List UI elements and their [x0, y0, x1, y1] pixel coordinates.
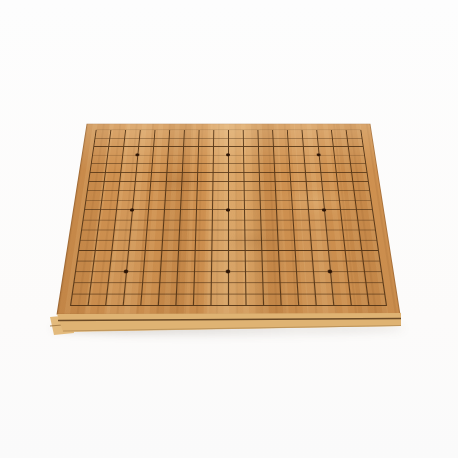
grid-cell	[181, 172, 197, 181]
grid-cell	[263, 294, 281, 306]
grid-cell	[347, 138, 363, 146]
grid-cell	[260, 219, 277, 229]
grid-cell	[244, 210, 260, 220]
grid-cell	[295, 261, 313, 272]
grid-cell	[319, 155, 335, 164]
grid-cell	[258, 138, 273, 146]
grid-cell	[243, 138, 258, 146]
grid-cell	[228, 146, 243, 155]
grid-cell	[182, 164, 198, 173]
grid-cell	[274, 164, 290, 173]
grid-cell	[245, 282, 263, 293]
grid-cell	[349, 294, 368, 306]
grid-cell	[213, 164, 228, 173]
grid-cell	[195, 240, 212, 250]
grid-cell	[213, 130, 228, 138]
grid-cell	[367, 294, 386, 306]
grid-cell	[161, 240, 178, 250]
grid-cell	[95, 240, 113, 250]
grid-cell	[348, 146, 364, 155]
grid-cell	[141, 282, 159, 293]
grid-cell	[228, 240, 245, 250]
grid-cell	[288, 146, 304, 155]
grid-cell	[138, 138, 154, 146]
grid-cell	[243, 164, 259, 173]
grid-cell	[162, 229, 179, 239]
board-surface	[57, 124, 401, 315]
grid-cell	[143, 261, 161, 272]
grid-cell	[243, 155, 258, 164]
grid-cell	[262, 261, 279, 272]
grid-cell	[245, 261, 262, 272]
grid-cell	[165, 191, 181, 200]
grid-cell	[180, 191, 196, 200]
grid-cell	[178, 250, 195, 261]
grid-cell	[184, 130, 199, 138]
grid-cell	[228, 229, 244, 239]
grid-cell	[181, 181, 197, 190]
grid-cell	[262, 271, 280, 282]
grid-cell	[168, 138, 183, 146]
grid-cell	[108, 271, 126, 282]
grid-cell	[193, 282, 211, 293]
grid-cell	[364, 271, 383, 282]
grid-cell	[320, 164, 336, 173]
grid-cell	[163, 219, 180, 229]
grid-cell	[96, 229, 114, 239]
grid-cell	[331, 130, 347, 138]
grid-cell	[292, 210, 309, 220]
grid-cell	[83, 210, 100, 220]
grid-cell	[333, 146, 349, 155]
grid-cell	[111, 240, 129, 250]
grid-cell	[258, 155, 274, 164]
grid-cell	[150, 172, 166, 181]
grid-cell	[350, 164, 367, 173]
grid-cell	[259, 164, 275, 173]
grid-cell	[351, 172, 368, 181]
grid-cell	[135, 172, 151, 181]
grid-cell	[160, 261, 178, 272]
grid-cell	[310, 240, 327, 250]
grid-cell	[126, 261, 144, 272]
grid-cell	[105, 294, 124, 306]
grid-cell	[348, 282, 367, 293]
grid-cell	[336, 172, 353, 181]
grid-cell	[288, 155, 304, 164]
grid-cell	[81, 219, 99, 229]
grid-cell	[212, 219, 228, 229]
grid-cell	[108, 138, 124, 146]
grid-cell	[158, 294, 176, 306]
grid-cell	[338, 191, 355, 200]
grid-cell	[276, 219, 293, 229]
grid-cell	[332, 138, 348, 146]
grid-cell	[107, 146, 123, 155]
grid-cell	[274, 172, 290, 181]
grid-cell	[297, 294, 315, 306]
grid-cell	[134, 181, 150, 190]
grid-cell	[78, 240, 96, 250]
grid-cell	[359, 229, 377, 239]
grid-cell	[120, 164, 136, 173]
grid-cell	[273, 155, 289, 164]
grid-cell	[165, 181, 181, 190]
grid-cell	[93, 138, 109, 146]
grid-cell	[179, 229, 196, 239]
grid-cell	[275, 181, 291, 190]
grid-cell	[297, 282, 315, 293]
grid-cell	[245, 294, 263, 306]
grid-cell	[228, 138, 243, 146]
grid-cell	[128, 240, 145, 250]
grid-cell	[228, 210, 244, 220]
grid-cell	[339, 200, 356, 210]
grid-cell	[228, 250, 245, 261]
grid-cell	[280, 294, 298, 306]
grid-cell	[342, 229, 360, 239]
grid-cell	[125, 271, 143, 282]
grid-cell	[119, 172, 135, 181]
grid-cell	[114, 219, 131, 229]
grid-cell	[261, 250, 278, 261]
grid-cell	[211, 240, 228, 250]
grid-cell	[154, 130, 169, 138]
grid-cell	[197, 181, 213, 190]
grid-cell	[262, 282, 280, 293]
grid-cell	[360, 240, 378, 250]
grid-cell	[177, 261, 194, 272]
grid-cell	[210, 294, 228, 306]
grid-cell	[279, 282, 297, 293]
grid-cell	[129, 229, 146, 239]
grid-cell	[145, 240, 162, 250]
grid-cell	[152, 146, 168, 155]
grid-cell	[306, 181, 322, 190]
grid-cell	[163, 210, 180, 220]
star-point	[328, 270, 333, 274]
grid-cell	[180, 210, 196, 220]
grid-cell	[290, 172, 306, 181]
grid-cell	[105, 164, 121, 173]
grid-cell	[327, 240, 345, 250]
grid-cell	[343, 240, 361, 250]
grid-cell	[97, 219, 114, 229]
grid-cell	[211, 271, 228, 282]
grid-cell	[103, 181, 120, 190]
grid-cell	[276, 200, 292, 210]
grid-cell	[310, 229, 327, 239]
grid-cell	[151, 164, 167, 173]
grid-cell	[183, 146, 198, 155]
grid-cell	[340, 210, 357, 220]
grid-cell	[91, 271, 109, 282]
grid-cell	[363, 261, 381, 272]
grid-cell	[93, 250, 111, 261]
grid-cell	[322, 191, 339, 200]
grid-cell	[330, 271, 348, 282]
grid-cell	[356, 210, 373, 220]
grid-cell	[228, 261, 245, 272]
grid-cell	[289, 164, 305, 173]
grid-cell	[140, 294, 158, 306]
grid-cell	[139, 130, 155, 138]
grid-cell	[197, 172, 213, 181]
grid-cell	[137, 146, 153, 155]
grid-cell	[244, 200, 260, 210]
grid-cell	[293, 219, 310, 229]
grid-cell	[80, 229, 98, 239]
grid-cell	[245, 250, 262, 261]
grid-cell	[178, 240, 195, 250]
grid-cell	[294, 240, 311, 250]
grid-cell	[133, 191, 150, 200]
grid-cell	[115, 210, 132, 220]
grid-cell	[164, 200, 180, 210]
grid-cell	[109, 130, 125, 138]
grid-cell	[259, 191, 275, 200]
grid-cell	[275, 191, 291, 200]
grid-cell	[355, 200, 372, 210]
grid-cell	[291, 200, 308, 210]
grid-cell	[244, 219, 260, 229]
grid-cell	[124, 130, 140, 138]
grid-cell	[296, 271, 314, 282]
grid-cell	[335, 164, 351, 173]
grid-cell	[166, 164, 182, 173]
grid-cell	[245, 271, 262, 282]
grid-cell	[212, 229, 228, 239]
grid-cell	[149, 191, 165, 200]
grid-cell	[147, 210, 164, 220]
grid-cell	[153, 138, 169, 146]
grid-cell	[131, 210, 148, 220]
grid-cell	[314, 282, 332, 293]
grid-cell	[291, 191, 307, 200]
grid-cell	[99, 210, 116, 220]
grid-cell	[123, 294, 141, 306]
grid-cell	[320, 172, 336, 181]
grid-cell	[100, 200, 117, 210]
grid-cell	[337, 181, 354, 190]
grid-cell	[258, 146, 273, 155]
grid-cell	[196, 210, 212, 220]
grid-cell	[136, 164, 152, 173]
grid-cell	[302, 130, 317, 138]
grid-cell	[166, 172, 182, 181]
grid-cell	[309, 219, 326, 229]
grid-cell	[176, 271, 194, 282]
grid-cell	[321, 181, 338, 190]
grid-cell	[150, 181, 166, 190]
grid-cell	[293, 229, 310, 239]
star-point	[226, 270, 230, 274]
grid-cell	[261, 229, 278, 239]
product-photo	[0, 0, 458, 458]
grid-cell	[167, 155, 183, 164]
grid-cell	[325, 219, 342, 229]
grid-cell	[117, 191, 134, 200]
grid-cell	[287, 138, 303, 146]
grid-cell	[346, 261, 364, 272]
grid-cell	[183, 138, 198, 146]
grid-cell	[290, 181, 306, 190]
grid-cell	[324, 210, 341, 220]
star-point	[130, 208, 134, 211]
grid-cell	[228, 271, 245, 282]
grid-cell	[228, 191, 244, 200]
grid-cell	[212, 181, 228, 190]
grid-cell	[244, 191, 260, 200]
grid-cell	[75, 261, 93, 272]
grid-cell	[228, 130, 243, 138]
grid-cell	[194, 250, 211, 261]
grid-cell	[161, 250, 178, 261]
grid-cell	[197, 164, 213, 173]
grid-cell	[180, 200, 196, 210]
grid-cell	[328, 250, 346, 261]
grid-cell	[287, 130, 302, 138]
grid-cell	[295, 250, 312, 261]
grid-cell	[316, 130, 332, 138]
grid-cell	[213, 155, 228, 164]
grid-cell	[92, 146, 108, 155]
grid-cell	[278, 250, 295, 261]
grid-cell	[228, 294, 246, 306]
grid-cell	[106, 282, 124, 293]
grid-cell	[70, 294, 89, 306]
grid-cell	[159, 271, 177, 282]
grid-cell	[277, 229, 294, 239]
grid-cell	[148, 200, 165, 210]
grid-cell	[243, 146, 258, 155]
grid-cell	[277, 240, 294, 250]
grid-cell	[130, 219, 147, 229]
star-point	[226, 153, 230, 156]
grid-cell	[213, 138, 228, 146]
grid-cell	[182, 155, 198, 164]
grid-cell	[259, 172, 275, 181]
grid-cell	[228, 200, 244, 210]
grid-cell	[244, 229, 261, 239]
grid-cell	[228, 181, 244, 190]
board-grid	[70, 130, 387, 306]
grid-cell	[95, 130, 111, 138]
grid-cell	[273, 138, 288, 146]
grid-cell	[113, 229, 130, 239]
grid-cell	[243, 130, 258, 138]
grid-cell	[127, 250, 145, 261]
grid-cell	[168, 146, 184, 155]
grid-cell	[85, 191, 102, 200]
grid-cell	[212, 210, 228, 220]
grid-cell	[72, 282, 91, 293]
star-point	[322, 208, 326, 211]
grid-cell	[304, 164, 320, 173]
grid-cell	[326, 229, 343, 239]
grid-cell	[124, 282, 142, 293]
grid-cell	[260, 210, 276, 220]
grid-cell	[211, 250, 228, 261]
grid-cell	[257, 130, 272, 138]
grid-cell	[228, 219, 244, 229]
grid-cell	[261, 240, 278, 250]
grid-cell	[194, 261, 211, 272]
grid-cell	[365, 282, 384, 293]
grid-cell	[228, 164, 243, 173]
grid-cell	[315, 294, 333, 306]
grid-cell	[244, 240, 261, 250]
grid-cell	[331, 282, 349, 293]
grid-cell	[349, 155, 365, 164]
grid-cell	[73, 271, 92, 282]
grid-cell	[211, 282, 228, 293]
grid-cell	[346, 130, 362, 138]
grid-cell	[228, 282, 245, 293]
grid-cell	[88, 294, 107, 306]
star-point	[135, 153, 139, 156]
grid-cell	[91, 155, 107, 164]
grid-cell	[198, 138, 213, 146]
go-board	[73, 63, 384, 357]
grid-cell	[345, 250, 363, 261]
grid-cell	[118, 181, 135, 190]
grid-cell	[334, 155, 350, 164]
grid-cell	[175, 294, 193, 306]
grid-cell	[179, 219, 196, 229]
grid-cell	[121, 155, 137, 164]
grid-cell	[198, 146, 213, 155]
grid-cell	[228, 172, 244, 181]
grid-cell	[352, 181, 369, 190]
grid-cell	[193, 294, 211, 306]
grid-cell	[195, 229, 212, 239]
grid-cell	[137, 155, 153, 164]
grid-cell	[306, 191, 323, 200]
star-point	[124, 270, 129, 274]
grid-cell	[357, 219, 375, 229]
grid-cell	[144, 250, 162, 261]
grid-cell	[317, 138, 333, 146]
grid-cell	[341, 219, 358, 229]
grid-cell	[110, 250, 128, 261]
grid-cell	[89, 282, 108, 293]
grid-cell	[152, 155, 168, 164]
grid-cell	[196, 191, 212, 200]
grid-cell	[146, 219, 163, 229]
grid-cell	[84, 200, 101, 210]
grid-cell	[212, 172, 228, 181]
grid-cell	[212, 191, 228, 200]
grid-cell	[361, 250, 379, 261]
grid-cell	[272, 130, 287, 138]
grid-cell	[92, 261, 110, 272]
grid-cell	[169, 130, 184, 138]
grid-cell	[244, 181, 260, 190]
grid-cell	[279, 271, 297, 282]
grid-cell	[260, 200, 276, 210]
grid-cell	[278, 261, 296, 272]
grid-cell	[354, 191, 371, 200]
grid-cell	[195, 219, 211, 229]
grid-cell	[104, 172, 121, 181]
star-point	[226, 208, 230, 211]
grid-cell	[259, 181, 275, 190]
grid-cell	[106, 155, 122, 164]
grid-cell	[89, 164, 106, 173]
grid-cell	[77, 250, 95, 261]
grid-cell	[305, 172, 321, 181]
